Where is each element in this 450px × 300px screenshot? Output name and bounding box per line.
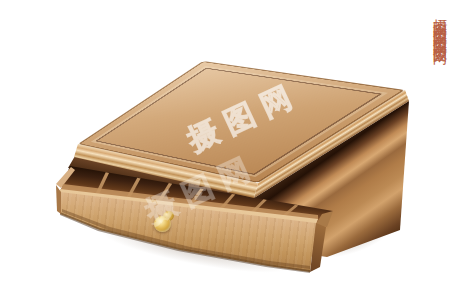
edge-watermark: 摄图网摄图网摄图网摄图网 [433, 7, 448, 43]
chess-box-photo: 摄图网 摄图网 摄图网摄图网摄图网摄图网 [0, 0, 450, 300]
